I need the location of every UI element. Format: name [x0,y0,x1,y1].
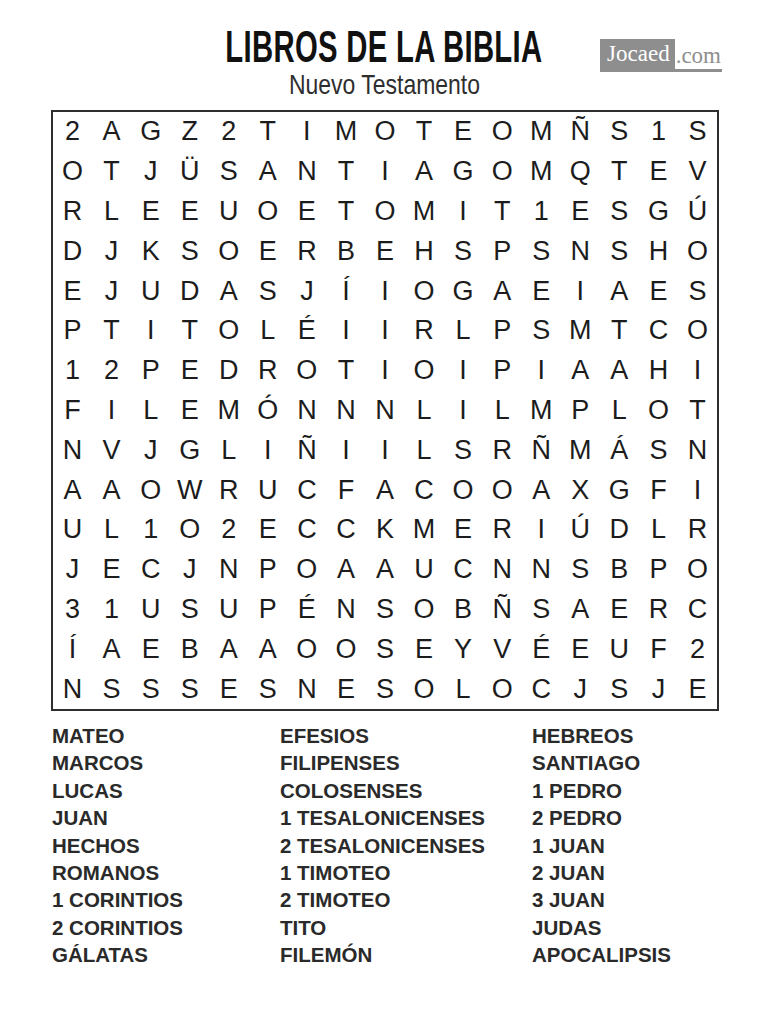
grid-cell[interactable]: N [287,391,326,431]
grid-cell[interactable]: J [131,152,170,192]
grid-cell[interactable]: I [365,271,404,311]
grid-cell[interactable]: D [170,271,209,311]
grid-cell[interactable]: S [639,430,678,470]
word-item: HECHOS [52,832,280,859]
grid-cell[interactable]: N [326,391,365,431]
word-item: SANTIAGO [532,749,752,776]
grid-cell[interactable]: J [131,430,170,470]
grid-cell[interactable]: N [678,430,717,470]
grid-cell[interactable]: O [483,669,522,709]
grid-cell[interactable]: X [561,470,600,510]
grid-cell[interactable]: E [639,152,678,192]
grid-cell[interactable]: O [209,231,248,271]
grid-cell[interactable]: L [405,391,444,431]
grid-cell[interactable]: C [405,470,444,510]
word-item: FILEMÓN [280,941,532,968]
grid-cell[interactable]: J [287,271,326,311]
grid-cell[interactable]: T [600,311,639,351]
grid-cell[interactable]: M [405,510,444,550]
grid-cell[interactable]: U [405,550,444,590]
grid-cell[interactable]: Ñ [522,430,561,470]
grid-cell[interactable]: O [444,470,483,510]
grid-cell[interactable]: H [639,351,678,391]
word-item: 1 JUAN [532,832,752,859]
grid-cell[interactable]: U [209,192,248,232]
grid-cell[interactable]: M [522,391,561,431]
grid-cell[interactable]: N [53,669,92,709]
grid-cell[interactable]: A [209,629,248,669]
grid-cell[interactable]: L [600,391,639,431]
grid-cell[interactable]: É [287,311,326,351]
grid-cell[interactable]: S [600,112,639,152]
grid-cell[interactable]: E [248,510,287,550]
grid-cell[interactable]: G [131,112,170,152]
grid-cell[interactable]: O [287,351,326,391]
grid-cell[interactable]: J [170,550,209,590]
grid-cell[interactable]: A [248,152,287,192]
grid-cell[interactable]: H [405,231,444,271]
grid-cell[interactable]: T [92,152,131,192]
grid-cell[interactable]: S [444,430,483,470]
grid-cell[interactable]: L [209,430,248,470]
grid-cell[interactable]: Ü [170,152,209,192]
grid-cell[interactable]: N [53,430,92,470]
grid-cell[interactable]: S [600,231,639,271]
grid-cell[interactable]: 2 [209,112,248,152]
grid-cell[interactable]: V [678,152,717,192]
page-title-text: LIBROS DE LA BIBLIA [225,24,542,69]
grid-cell[interactable]: M [209,391,248,431]
word-item: FILIPENSES [280,749,532,776]
grid-cell[interactable]: Z [170,112,209,152]
grid-cell[interactable]: S [92,669,131,709]
grid-cell[interactable]: I [522,510,561,550]
grid-cell[interactable]: E [131,192,170,232]
grid-cell[interactable]: O [405,590,444,630]
grid-cell[interactable]: P [248,550,287,590]
grid-cell[interactable]: É [287,590,326,630]
grid-cell[interactable]: R [678,510,717,550]
grid-cell[interactable]: J [561,669,600,709]
grid-cell[interactable]: Á [600,430,639,470]
word-search-grid[interactable]: 2AGZ2TIMOTEOMÑS1SOTJÜSANTIAGOMQTEVRLEEUO… [51,110,719,711]
grid-cell[interactable]: T [326,351,365,391]
grid-cell[interactable]: 2 [53,112,92,152]
grid-cell[interactable]: D [600,510,639,550]
grid-cell[interactable]: S [561,550,600,590]
grid-cell[interactable]: 3 [53,590,92,630]
grid-cell[interactable]: W [170,470,209,510]
grid-cell[interactable]: E [561,629,600,669]
grid-cell[interactable]: N [287,669,326,709]
grid-cell[interactable]: J [639,669,678,709]
grid-cell[interactable]: T [170,311,209,351]
grid-cell[interactable]: C [326,510,365,550]
grid-cell[interactable]: O [639,391,678,431]
grid-cell[interactable]: R [209,470,248,510]
grid-cell[interactable]: S [444,231,483,271]
grid-cell[interactable]: O [483,112,522,152]
word-list-column-1: MATEOMARCOSLUCASJUANHECHOSROMANOS1 CORIN… [52,722,280,969]
word-item: 2 PEDRO [532,804,752,831]
grid-cell[interactable]: E [326,669,365,709]
grid-cell[interactable]: P [53,311,92,351]
grid-cell[interactable]: G [444,152,483,192]
grid-cell[interactable]: T [248,112,287,152]
grid-cell[interactable]: G [639,192,678,232]
grid-cell[interactable]: I [444,391,483,431]
grid-cell[interactable]: V [92,430,131,470]
grid-cell[interactable]: T [483,192,522,232]
grid-cell[interactable]: S [170,231,209,271]
grid-cell[interactable]: P [248,590,287,630]
grid-cell[interactable]: A [600,351,639,391]
grid-cell[interactable]: L [92,192,131,232]
grid-cell[interactable]: 2 [209,510,248,550]
grid-cell[interactable]: T [678,391,717,431]
grid-cell[interactable]: P [639,550,678,590]
grid-cell[interactable]: 1 [522,192,561,232]
grid-cell[interactable]: 2 [678,629,717,669]
grid-cell[interactable]: T [326,152,365,192]
grid-cell[interactable]: U [131,271,170,311]
word-item: EFESIOS [280,722,532,749]
grid-cell[interactable]: A [248,629,287,669]
grid-cell[interactable]: K [365,510,404,550]
grid-cell[interactable]: I [365,430,404,470]
grid-cell[interactable]: M [522,112,561,152]
grid-cell[interactable]: I [326,430,365,470]
grid-cell[interactable]: Y [444,629,483,669]
grid-cell[interactable]: U [209,590,248,630]
grid-cell[interactable]: A [365,470,404,510]
grid-cell[interactable]: B [444,590,483,630]
grid-cell[interactable]: T [326,192,365,232]
grid-cell[interactable]: T [92,311,131,351]
grid-cell[interactable]: C [678,590,717,630]
grid-cell[interactable]: O [483,470,522,510]
grid-cell[interactable]: L [248,311,287,351]
grid-cell[interactable]: C [131,550,170,590]
grid-cell[interactable]: C [287,510,326,550]
grid-cell[interactable]: A [92,470,131,510]
word-item: 1 PEDRO [532,777,752,804]
grid-cell[interactable]: E [522,271,561,311]
grid-cell[interactable]: U [53,510,92,550]
word-item: 2 CORINTIOS [52,914,280,941]
grid-cell[interactable]: I [287,112,326,152]
word-item: APOCALIPSIS [532,941,752,968]
grid-cell[interactable]: A [326,550,365,590]
page-subtitle: Nuevo Testamento [0,71,768,99]
grid-cell[interactable]: F [53,391,92,431]
grid-cell[interactable]: O [287,629,326,669]
grid-cell[interactable]: E [248,231,287,271]
grid-cell[interactable]: I [678,470,717,510]
grid-cell[interactable]: H [639,231,678,271]
jocaed-logo-domain: .com [675,44,722,69]
grid-cell[interactable]: N [287,152,326,192]
word-item: JUAN [52,804,280,831]
word-item: 1 CORINTIOS [52,886,280,913]
grid-cell[interactable]: Ñ [287,430,326,470]
grid-cell[interactable]: I [678,351,717,391]
grid-cell[interactable]: S [522,311,561,351]
grid-cell[interactable]: A [561,590,600,630]
grid-cell[interactable]: E [444,510,483,550]
grid-cell[interactable]: R [248,351,287,391]
grid-cell[interactable]: G [444,271,483,311]
grid-cell[interactable]: E [92,550,131,590]
word-item: 1 TESALONICENSES [280,804,532,831]
grid-cell[interactable]: S [170,590,209,630]
page-subtitle-text: Nuevo Testamento [288,71,479,99]
grid-cell[interactable]: E [405,629,444,669]
grid-cell[interactable]: M [326,112,365,152]
word-item: HEBREOS [532,722,752,749]
word-item: MARCOS [52,749,280,776]
grid-cell[interactable]: L [444,669,483,709]
grid-cell[interactable]: C [522,669,561,709]
grid-cell[interactable]: L [444,311,483,351]
grid-cell[interactable]: S [522,231,561,271]
grid-cell[interactable]: F [639,629,678,669]
jocaed-logo: Jocaed.com [600,39,722,72]
grid-cell[interactable]: P [483,231,522,271]
grid-cell[interactable]: P [483,311,522,351]
grid-cell[interactable]: I [365,311,404,351]
grid-cell[interactable]: V [483,629,522,669]
grid-cell[interactable]: 1 [639,112,678,152]
grid-cell[interactable]: S [678,271,717,311]
grid-cell[interactable]: S [365,669,404,709]
grid-cell[interactable]: P [561,391,600,431]
grid-cell[interactable]: S [600,669,639,709]
grid-cell[interactable]: J [92,231,131,271]
grid-cell[interactable]: O [483,152,522,192]
grid-cell[interactable]: E [444,112,483,152]
word-item: LUCAS [52,777,280,804]
grid-cell[interactable]: U [600,629,639,669]
grid-cell[interactable]: O [131,470,170,510]
grid-cell[interactable]: E [170,351,209,391]
grid-cell[interactable]: O [287,550,326,590]
grid-cell[interactable]: A [483,271,522,311]
grid-cell[interactable]: F [639,470,678,510]
grid-cell[interactable]: A [209,271,248,311]
grid-cell[interactable]: S [365,590,404,630]
grid-cell[interactable]: R [639,590,678,630]
word-item: 1 TIMOTEO [280,859,532,886]
grid-cell[interactable]: O [678,231,717,271]
grid-cell[interactable]: I [248,430,287,470]
grid-cell[interactable]: N [365,391,404,431]
grid-cell[interactable]: F [326,470,365,510]
grid-cell[interactable]: L [92,510,131,550]
grid-cell[interactable]: Ñ [483,590,522,630]
grid-cell[interactable]: O [170,510,209,550]
grid-cell[interactable]: É [522,629,561,669]
grid-cell[interactable]: N [483,550,522,590]
grid-cell[interactable]: O [53,152,92,192]
grid-cell[interactable]: G [600,470,639,510]
grid-cell[interactable]: L [483,391,522,431]
grid-cell[interactable]: A [53,470,92,510]
grid-cell[interactable]: E [678,669,717,709]
word-item: ROMANOS [52,859,280,886]
grid-cell[interactable]: D [53,231,92,271]
grid-cell[interactable]: U [248,470,287,510]
grid-cell[interactable]: Ñ [561,112,600,152]
grid-cell[interactable]: A [92,112,131,152]
grid-cell[interactable]: E [561,192,600,232]
grid-cell[interactable]: O [405,351,444,391]
grid-cell[interactable]: Í [326,271,365,311]
grid-cell[interactable]: L [131,391,170,431]
grid-cell[interactable]: N [561,231,600,271]
grid-cell[interactable]: O [365,192,404,232]
grid-cell[interactable]: O [405,271,444,311]
word-item: 2 JUAN [532,859,752,886]
grid-cell[interactable]: I [444,192,483,232]
grid-cell[interactable]: S [209,152,248,192]
word-item: TITO [280,914,532,941]
grid-cell[interactable]: E [365,231,404,271]
grid-cell[interactable]: S [248,669,287,709]
word-list-column-3: HEBREOSSANTIAGO1 PEDRO2 PEDRO1 JUAN2 JUA… [532,722,752,969]
grid-cell[interactable]: T [405,112,444,152]
grid-cell[interactable]: N [522,550,561,590]
grid-cell[interactable]: J [53,550,92,590]
grid-cell[interactable]: N [209,550,248,590]
grid-cell[interactable]: O [365,112,404,152]
grid-cell[interactable]: B [600,550,639,590]
grid-cell[interactable]: O [248,192,287,232]
word-item: 2 TIMOTEO [280,886,532,913]
grid-cell[interactable]: S [365,629,404,669]
grid-cell[interactable]: C [444,550,483,590]
grid-cell[interactable]: I [561,271,600,311]
grid-cell[interactable]: O [678,311,717,351]
grid-cell[interactable]: 1 [53,351,92,391]
grid-cell[interactable]: P [131,351,170,391]
grid-cell[interactable]: R [53,192,92,232]
grid-cell[interactable]: K [131,231,170,271]
grid-cell[interactable]: L [639,510,678,550]
grid-cell[interactable]: E [170,192,209,232]
word-item: COLOSENSES [280,777,532,804]
grid-cell[interactable]: J [92,271,131,311]
grid-cell[interactable]: U [131,590,170,630]
grid-cell[interactable]: M [522,152,561,192]
grid-cell[interactable]: L [405,430,444,470]
grid-cell[interactable]: G [170,430,209,470]
grid-cell[interactable]: I [522,351,561,391]
word-list: MATEOMARCOSLUCASJUANHECHOSROMANOS1 CORIN… [52,722,752,969]
grid-cell[interactable]: C [287,470,326,510]
grid-cell[interactable]: 2 [92,351,131,391]
grid-cell[interactable]: S [678,112,717,152]
grid-cell[interactable]: M [405,192,444,232]
grid-cell[interactable]: E [131,629,170,669]
grid-cell[interactable]: D [209,351,248,391]
grid-cell[interactable]: B [326,231,365,271]
grid-cell[interactable]: S [522,590,561,630]
grid-cell[interactable]: A [92,629,131,669]
worksheet-page: LIBROS DE LA BIBLIA Nuevo Testamento Joc… [0,0,768,1024]
grid-cell[interactable]: I [131,311,170,351]
grid-cell[interactable]: R [287,231,326,271]
grid-cell[interactable]: N [326,590,365,630]
grid-cell[interactable]: A [600,271,639,311]
jocaed-logo-name: Jocaed [600,39,675,69]
grid-cell[interactable]: S [248,271,287,311]
grid-cell[interactable]: E [600,590,639,630]
grid-cell[interactable]: E [639,271,678,311]
word-item: GÁLATAS [52,941,280,968]
grid-cell[interactable]: I [326,311,365,351]
grid-cell[interactable]: I [365,351,404,391]
grid-cell[interactable]: Q [561,152,600,192]
grid-cell[interactable]: Ó [248,391,287,431]
word-item: JUDAS [532,914,752,941]
grid-cell[interactable]: E [209,669,248,709]
word-item: 2 TESALONICENSES [280,832,532,859]
word-item: MATEO [52,722,280,749]
word-list-column-2: EFESIOSFILIPENSESCOLOSENSES1 TESALONICEN… [280,722,532,969]
grid-cell[interactable]: O [405,669,444,709]
grid-cell[interactable]: I [92,391,131,431]
grid-cell[interactable]: S [131,669,170,709]
grid-cell[interactable]: S [170,669,209,709]
grid-cell[interactable]: C [639,311,678,351]
grid-cell[interactable]: M [561,311,600,351]
grid-cell[interactable]: E [287,192,326,232]
grid-cell[interactable]: A [522,470,561,510]
grid-cell[interactable]: Í [53,629,92,669]
grid-cell[interactable]: 1 [92,590,131,630]
grid-cell[interactable]: O [209,311,248,351]
grid-cell[interactable]: O [678,550,717,590]
grid-cell[interactable]: E [53,271,92,311]
grid-cell[interactable]: S [600,192,639,232]
grid-cell[interactable]: A [405,152,444,192]
grid-cell[interactable]: T [600,152,639,192]
grid-cell[interactable]: B [170,629,209,669]
grid-cell[interactable]: O [326,629,365,669]
grid-cell[interactable]: E [170,391,209,431]
grid-cell[interactable]: I [444,351,483,391]
grid-cell[interactable]: M [561,430,600,470]
grid-cell[interactable]: R [405,311,444,351]
grid-cell[interactable]: R [483,430,522,470]
grid-cell[interactable]: Ú [561,510,600,550]
grid-cell[interactable]: A [561,351,600,391]
grid-cell[interactable]: Ú [678,192,717,232]
grid-cell[interactable]: P [483,351,522,391]
word-item: 3 JUAN [532,886,752,913]
grid-cell[interactable]: R [483,510,522,550]
grid-cell[interactable]: I [365,152,404,192]
grid-cell[interactable]: 1 [131,510,170,550]
grid-cell[interactable]: A [365,550,404,590]
